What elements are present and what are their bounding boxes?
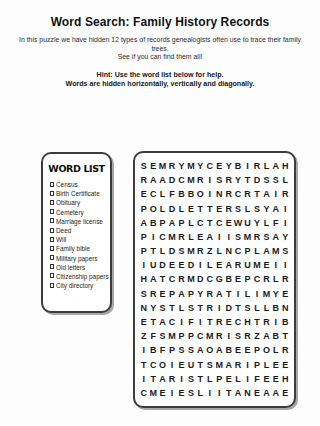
grid-cell[interactable]: T bbox=[196, 357, 205, 371]
grid-cell[interactable]: T bbox=[281, 329, 290, 343]
grid-cell[interactable]: N bbox=[215, 187, 224, 201]
grid-cell[interactable]: T bbox=[158, 272, 167, 286]
grid-cell[interactable]: R bbox=[196, 244, 205, 258]
grid-cell[interactable]: L bbox=[281, 173, 290, 187]
grid-cell[interactable]: A bbox=[271, 159, 280, 173]
grid-cell[interactable]: A bbox=[158, 173, 167, 187]
grid-cell[interactable]: Y bbox=[224, 159, 233, 173]
grid-cell[interactable]: U bbox=[243, 258, 252, 272]
grid-cell[interactable]: S bbox=[186, 372, 195, 386]
grid-cell[interactable]: A bbox=[262, 386, 271, 400]
grid-cell[interactable]: T bbox=[205, 202, 214, 216]
grid-cell[interactable]: L bbox=[158, 244, 167, 258]
grid-cell[interactable]: Z bbox=[252, 329, 261, 343]
grid-cell[interactable]: D bbox=[252, 173, 261, 187]
grid-cell[interactable]: I bbox=[271, 187, 280, 201]
grid-cell[interactable]: R bbox=[224, 187, 233, 201]
grid-cell[interactable]: S bbox=[215, 173, 224, 187]
grid-cell[interactable]: I bbox=[233, 287, 242, 301]
grid-cell[interactable]: C bbox=[177, 173, 186, 187]
grid-cell[interactable]: C bbox=[233, 244, 242, 258]
grid-cell[interactable]: T bbox=[252, 187, 261, 201]
grid-cell[interactable]: I bbox=[205, 187, 214, 201]
grid-cell[interactable]: S bbox=[158, 329, 167, 343]
grid-cell[interactable]: C bbox=[167, 272, 176, 286]
grid-cell[interactable]: T bbox=[205, 315, 214, 329]
grid-cell[interactable]: E bbox=[215, 258, 224, 272]
grid-cell[interactable]: P bbox=[158, 216, 167, 230]
grid-cell[interactable]: L bbox=[262, 357, 271, 371]
grid-cell[interactable]: I bbox=[281, 216, 290, 230]
grid-cell[interactable]: I bbox=[215, 230, 224, 244]
grid-cell[interactable]: R bbox=[224, 173, 233, 187]
grid-cell[interactable]: A bbox=[224, 357, 233, 371]
grid-cell[interactable]: H bbox=[281, 159, 290, 173]
word-checkbox[interactable] bbox=[50, 237, 54, 242]
grid-cell[interactable]: S bbox=[243, 301, 252, 315]
grid-cell[interactable]: C bbox=[205, 272, 214, 286]
grid-cell[interactable]: S bbox=[281, 244, 290, 258]
grid-cell[interactable]: S bbox=[262, 173, 271, 187]
grid-cell[interactable]: A bbox=[233, 386, 242, 400]
grid-cell[interactable]: R bbox=[139, 173, 148, 187]
grid-cell[interactable]: L bbox=[252, 301, 261, 315]
grid-cell[interactable]: S bbox=[252, 202, 261, 216]
grid-cell[interactable]: R bbox=[167, 159, 176, 173]
grid-cell[interactable]: I bbox=[281, 202, 290, 216]
grid-cell[interactable]: P bbox=[252, 343, 261, 357]
grid-cell[interactable]: P bbox=[177, 216, 186, 230]
grid-cell[interactable]: I bbox=[196, 258, 205, 272]
grid-cell[interactable]: I bbox=[281, 258, 290, 272]
grid-cell[interactable]: A bbox=[148, 173, 157, 187]
grid-cell[interactable]: Y bbox=[177, 159, 186, 173]
grid-cell[interactable]: A bbox=[196, 343, 205, 357]
word-checkbox[interactable] bbox=[50, 200, 54, 205]
grid-cell[interactable]: C bbox=[233, 315, 242, 329]
grid-cell[interactable]: Y bbox=[271, 287, 280, 301]
grid-cell[interactable]: O bbox=[262, 343, 271, 357]
grid-cell[interactable]: T bbox=[167, 301, 176, 315]
word-list: CensusBirth CertificateObituaryCemeteryM… bbox=[43, 180, 110, 290]
grid-cell[interactable]: L bbox=[233, 372, 242, 386]
grid-cell[interactable]: C bbox=[148, 357, 157, 371]
grid-cell[interactable]: C bbox=[167, 315, 176, 329]
grid-cell[interactable]: S bbox=[233, 329, 242, 343]
grid-cell[interactable]: A bbox=[148, 272, 157, 286]
grid-cell[interactable]: P bbox=[243, 244, 252, 258]
grid-cell[interactable]: R bbox=[167, 372, 176, 386]
grid-cell[interactable]: P bbox=[167, 343, 176, 357]
grid-cell[interactable]: E bbox=[158, 386, 167, 400]
grid-cell[interactable]: L bbox=[271, 343, 280, 357]
grid-cell[interactable]: C bbox=[215, 216, 224, 230]
word-list-item: Obituary bbox=[50, 198, 110, 207]
grid-cell[interactable]: P bbox=[167, 287, 176, 301]
grid-cell[interactable]: U bbox=[243, 216, 252, 230]
grid-cell[interactable]: P bbox=[186, 287, 195, 301]
grid-cell[interactable]: I bbox=[224, 329, 233, 343]
grid-cell[interactable]: A bbox=[167, 216, 176, 230]
grid-cell[interactable]: H bbox=[281, 372, 290, 386]
grid-cell[interactable]: P bbox=[139, 244, 148, 258]
grid-cell[interactable]: L bbox=[186, 216, 195, 230]
word-list-item: City directory bbox=[50, 281, 110, 290]
grid-cell[interactable]: U bbox=[148, 258, 157, 272]
word-checkbox[interactable] bbox=[50, 273, 54, 278]
grid-cell[interactable]: F bbox=[158, 343, 167, 357]
grid-cell[interactable]: I bbox=[139, 372, 148, 386]
grid-cell[interactable]: E bbox=[233, 343, 242, 357]
grid-cell[interactable]: T bbox=[196, 372, 205, 386]
word-checkbox[interactable] bbox=[50, 283, 54, 288]
grid-cell[interactable]: A bbox=[271, 202, 280, 216]
grid-cell[interactable]: Y bbox=[252, 216, 261, 230]
grid-cell[interactable]: L bbox=[205, 258, 214, 272]
grid-cell[interactable]: R bbox=[233, 258, 242, 272]
grid-cell[interactable]: L bbox=[158, 187, 167, 201]
grid-cell[interactable]: A bbox=[215, 287, 224, 301]
grid-cell[interactable]: A bbox=[262, 244, 271, 258]
grid-cell[interactable]: E bbox=[224, 372, 233, 386]
grid-cell[interactable]: F bbox=[252, 372, 261, 386]
grid-cell[interactable]: W bbox=[233, 216, 242, 230]
grid-cell[interactable]: R bbox=[177, 272, 186, 286]
grid-cell[interactable]: M bbox=[186, 173, 195, 187]
grid-cell[interactable]: A bbox=[158, 315, 167, 329]
grid-cell[interactable]: R bbox=[205, 287, 214, 301]
grid-cell[interactable]: L bbox=[243, 202, 252, 216]
grid-cell[interactable]: O bbox=[205, 343, 214, 357]
grid-cell[interactable]: R bbox=[281, 343, 290, 357]
grid-cell[interactable]: R bbox=[262, 272, 271, 286]
word-list-item: Family bible bbox=[50, 244, 110, 253]
grid-cell[interactable]: E bbox=[224, 315, 233, 329]
grid-cell[interactable]: L bbox=[158, 202, 167, 216]
grid-cell[interactable]: D bbox=[186, 258, 195, 272]
grid-cell[interactable]: T bbox=[148, 372, 157, 386]
grid-cell[interactable]: E bbox=[233, 272, 242, 286]
word-checkbox[interactable] bbox=[50, 255, 54, 260]
grid-cell[interactable]: R bbox=[233, 357, 242, 371]
grid-cell[interactable]: Z bbox=[205, 244, 214, 258]
grid-cell[interactable]: R bbox=[215, 329, 224, 343]
grid-cell[interactable]: I bbox=[196, 315, 205, 329]
grid-cell[interactable]: E bbox=[196, 230, 205, 244]
grid-cell[interactable]: P bbox=[252, 357, 261, 371]
grid-cell[interactable]: S bbox=[139, 159, 148, 173]
grid-cell[interactable]: O bbox=[148, 202, 157, 216]
grid-cell[interactable]: A bbox=[224, 258, 233, 272]
grid-cell[interactable]: I bbox=[205, 173, 214, 187]
grid-cell[interactable]: B bbox=[148, 343, 157, 357]
word-label: Will bbox=[56, 236, 66, 243]
grid-cell[interactable]: A bbox=[271, 386, 280, 400]
hint-line-2: Words are hidden horizontally, verticall… bbox=[0, 80, 320, 89]
grid-cell[interactable]: N bbox=[243, 386, 252, 400]
grid-cell[interactable]: U bbox=[186, 357, 195, 371]
grid-cell[interactable]: I bbox=[167, 357, 176, 371]
grid-cell[interactable]: S bbox=[177, 343, 186, 357]
grid-cell[interactable]: S bbox=[186, 343, 195, 357]
grid-cell[interactable]: E bbox=[262, 372, 271, 386]
grid-cell[interactable]: Z bbox=[139, 329, 148, 343]
grid-cell[interactable]: R bbox=[281, 272, 290, 286]
word-checkbox[interactable] bbox=[50, 182, 54, 187]
grid-cell[interactable]: T bbox=[148, 315, 157, 329]
grid-cell[interactable]: A bbox=[158, 372, 167, 386]
grid-cell[interactable]: O bbox=[196, 187, 205, 201]
grid-cell[interactable]: E bbox=[281, 357, 290, 371]
grid-cell[interactable]: Y bbox=[233, 173, 242, 187]
grid-cell[interactable]: L bbox=[196, 386, 205, 400]
grid-cell[interactable]: H bbox=[243, 315, 252, 329]
grid-cell[interactable]: E bbox=[139, 187, 148, 201]
intro-line-3: See if you can find them all! bbox=[0, 53, 320, 62]
grid-cell[interactable]: M bbox=[262, 287, 271, 301]
word-label: Census bbox=[56, 181, 78, 188]
grid-cell[interactable]: G bbox=[215, 272, 224, 286]
grid-cell[interactable]: I bbox=[148, 230, 157, 244]
grid-cell[interactable]: I bbox=[271, 315, 280, 329]
grid-cell[interactable]: B bbox=[177, 187, 186, 201]
grid-cell[interactable]: C bbox=[139, 386, 148, 400]
grid-cell[interactable]: S bbox=[271, 173, 280, 187]
grid-cell[interactable]: P bbox=[215, 372, 224, 386]
grid-cell[interactable]: R bbox=[243, 329, 252, 343]
grid-cell[interactable]: L bbox=[262, 159, 271, 173]
grid-cell[interactable]: T bbox=[243, 173, 252, 187]
grid-cell[interactable]: C bbox=[196, 216, 205, 230]
grid-cell[interactable]: Y bbox=[262, 202, 271, 216]
grid-cell[interactable]: P bbox=[177, 329, 186, 343]
grid-cell[interactable]: M bbox=[271, 244, 280, 258]
grid-cell[interactable]: E bbox=[243, 343, 252, 357]
grid-cell[interactable]: L bbox=[205, 372, 214, 386]
grid-cell[interactable]: C bbox=[158, 230, 167, 244]
grid-cell[interactable]: C bbox=[252, 272, 261, 286]
grid-cell[interactable]: M bbox=[167, 230, 176, 244]
grid-cell[interactable]: R bbox=[252, 230, 261, 244]
intro-text: In this puzzle we have hidden 12 types o… bbox=[0, 36, 320, 62]
grid-cell[interactable]: R bbox=[262, 315, 271, 329]
grid-cell[interactable]: D bbox=[167, 244, 176, 258]
grid-cell[interactable]: P bbox=[139, 202, 148, 216]
grid-cell[interactable]: B bbox=[148, 216, 157, 230]
grid-cell[interactable]: I bbox=[167, 386, 176, 400]
grid-cell[interactable]: O bbox=[158, 357, 167, 371]
grid-cell[interactable]: E bbox=[167, 258, 176, 272]
grid-cell[interactable]: E bbox=[215, 202, 224, 216]
grid-cell[interactable]: D bbox=[224, 301, 233, 315]
grid-cell[interactable]: I bbox=[224, 230, 233, 244]
grid-cell[interactable]: E bbox=[186, 202, 195, 216]
grid-cell[interactable]: L bbox=[271, 272, 280, 286]
grid-cell[interactable]: H bbox=[139, 272, 148, 286]
grid-cell[interactable]: T bbox=[224, 386, 233, 400]
grid-cell[interactable]: L bbox=[215, 244, 224, 258]
grid-cell[interactable]: E bbox=[215, 159, 224, 173]
grid-cell[interactable]: F bbox=[148, 329, 157, 343]
grid-cell[interactable]: R bbox=[252, 159, 261, 173]
grid-cell[interactable]: E bbox=[281, 287, 290, 301]
grid-cell[interactable]: A bbox=[215, 343, 224, 357]
grid-cell[interactable]: E bbox=[224, 216, 233, 230]
grid-cell[interactable]: C bbox=[233, 187, 242, 201]
grid-cell[interactable]: T bbox=[196, 301, 205, 315]
grid-cell[interactable]: A bbox=[271, 230, 280, 244]
grid-cell[interactable]: I bbox=[205, 386, 214, 400]
grid-cell[interactable]: R bbox=[205, 301, 214, 315]
word-checkbox[interactable] bbox=[50, 209, 54, 214]
word-list-item: Military papers bbox=[50, 254, 110, 263]
grid-cell[interactable]: S bbox=[262, 230, 271, 244]
grid-cell[interactable]: M bbox=[186, 159, 195, 173]
grid-cell[interactable]: A bbox=[205, 230, 214, 244]
grid-cell[interactable]: L bbox=[252, 244, 261, 258]
word-list-item: Census bbox=[50, 180, 110, 189]
grid-cell[interactable]: C bbox=[205, 159, 214, 173]
grid-cell[interactable]: I bbox=[243, 372, 252, 386]
grid-cell[interactable]: I bbox=[243, 357, 252, 371]
grid-cell[interactable]: A bbox=[177, 287, 186, 301]
grid-cell[interactable]: M bbox=[186, 244, 195, 258]
grid-cell[interactable]: S bbox=[158, 301, 167, 315]
grid-cell[interactable]: M bbox=[215, 357, 224, 371]
grid-cell[interactable]: A bbox=[262, 187, 271, 201]
grid-cell[interactable]: S bbox=[233, 230, 242, 244]
word-label: Citizenship papers bbox=[56, 273, 109, 280]
grid-cell[interactable]: P bbox=[243, 272, 252, 286]
grid-cell[interactable]: F bbox=[186, 315, 195, 329]
grid-cell[interactable]: F bbox=[271, 216, 280, 230]
grid-cell[interactable]: T bbox=[252, 315, 261, 329]
grid-cell[interactable]: A bbox=[139, 216, 148, 230]
grid-cell[interactable]: I bbox=[177, 315, 186, 329]
grid-cell[interactable]: R bbox=[224, 202, 233, 216]
grid-cell[interactable]: M bbox=[158, 159, 167, 173]
grid-cell[interactable]: E bbox=[271, 372, 280, 386]
grid-cell[interactable]: I bbox=[177, 372, 186, 386]
grid-cell[interactable]: I bbox=[215, 386, 224, 400]
grid-cell[interactable]: L bbox=[243, 287, 252, 301]
grid-cell[interactable]: T bbox=[224, 287, 233, 301]
grid-cell[interactable]: M bbox=[243, 230, 252, 244]
grid-cell[interactable]: S bbox=[177, 244, 186, 258]
grid-cell[interactable]: F bbox=[167, 187, 176, 201]
grid-cell[interactable]: R bbox=[281, 187, 290, 201]
grid-cell[interactable]: E bbox=[177, 386, 186, 400]
grid-cell[interactable]: R bbox=[196, 173, 205, 187]
grid-cell[interactable]: E bbox=[177, 357, 186, 371]
grid-cell[interactable]: Y bbox=[281, 230, 290, 244]
grid-cell[interactable]: T bbox=[196, 202, 205, 216]
grid-cell[interactable]: M bbox=[167, 329, 176, 343]
grid-cell[interactable]: P bbox=[139, 230, 148, 244]
grid-cell[interactable]: R bbox=[243, 187, 252, 201]
grid-cell[interactable]: P bbox=[186, 329, 195, 343]
grid-cell[interactable]: T bbox=[139, 357, 148, 371]
grid-cell[interactable]: I bbox=[139, 258, 148, 272]
grid-cell[interactable]: E bbox=[262, 258, 271, 272]
grid-cell[interactable]: S bbox=[205, 357, 214, 371]
word-checkbox[interactable] bbox=[50, 264, 54, 269]
grid-cell[interactable]: N bbox=[281, 301, 290, 315]
grid-cell[interactable]: E bbox=[177, 258, 186, 272]
grid-cell[interactable]: E bbox=[158, 287, 167, 301]
grid-cell[interactable]: B bbox=[186, 187, 195, 201]
grid-cell[interactable]: T bbox=[205, 216, 214, 230]
grid-cell[interactable]: R bbox=[177, 230, 186, 244]
grid-cell[interactable]: B bbox=[281, 315, 290, 329]
grid-cell[interactable]: B bbox=[271, 301, 280, 315]
grid-cell[interactable]: L bbox=[262, 301, 271, 315]
grid-cell[interactable]: M bbox=[186, 272, 195, 286]
grid-cell[interactable]: I bbox=[243, 159, 252, 173]
word-checkbox[interactable] bbox=[50, 246, 54, 251]
grid-cell[interactable]: T bbox=[148, 244, 157, 258]
grid-cell[interactable]: L bbox=[177, 202, 186, 216]
grid-cell[interactable]: I bbox=[215, 301, 224, 315]
grid-cell[interactable]: I bbox=[139, 343, 148, 357]
worksheet-page: Word Search: Family History Records In t… bbox=[0, 0, 320, 426]
grid-cell[interactable]: M bbox=[205, 329, 214, 343]
grid-cell[interactable]: E bbox=[281, 386, 290, 400]
grid-cell[interactable]: T bbox=[233, 301, 242, 315]
hint-line-1: Hint: Use the word list below for help. bbox=[0, 71, 320, 80]
grid-cell[interactable]: L bbox=[186, 230, 195, 244]
grid-cell[interactable]: B bbox=[224, 272, 233, 286]
grid-cell[interactable]: M bbox=[252, 258, 261, 272]
grid-cell[interactable]: R bbox=[215, 315, 224, 329]
grid-cell[interactable]: E bbox=[139, 315, 148, 329]
grid-cell[interactable]: N bbox=[224, 244, 233, 258]
word-checkbox[interactable] bbox=[50, 228, 54, 233]
grid-cell[interactable]: D bbox=[158, 258, 167, 272]
word-checkbox[interactable] bbox=[50, 191, 54, 196]
grid-cell[interactable]: I bbox=[252, 287, 261, 301]
grid-cell[interactable]: I bbox=[271, 258, 280, 272]
grid-cell[interactable]: Y bbox=[148, 301, 157, 315]
grid-cell[interactable]: D bbox=[167, 173, 176, 187]
grid-cell[interactable]: Y bbox=[196, 159, 205, 173]
grid-cell[interactable]: B bbox=[224, 343, 233, 357]
grid-cell[interactable]: E bbox=[148, 159, 157, 173]
word-checkbox[interactable] bbox=[50, 218, 54, 223]
grid-cell[interactable]: S bbox=[186, 301, 195, 315]
intro-line-1: In this puzzle we have hidden 12 types o… bbox=[0, 36, 320, 45]
grid-cell[interactable]: E bbox=[271, 357, 280, 371]
grid-cell[interactable]: A bbox=[262, 329, 271, 343]
grid-cell[interactable]: E bbox=[252, 386, 261, 400]
grid-cell[interactable]: R bbox=[148, 287, 157, 301]
grid-cell[interactable]: N bbox=[139, 301, 148, 315]
grid-cell[interactable]: Y bbox=[196, 287, 205, 301]
grid-cell[interactable]: S bbox=[233, 202, 242, 216]
grid-cell[interactable]: B bbox=[271, 329, 280, 343]
grid-cell[interactable]: S bbox=[186, 386, 195, 400]
grid-cell[interactable]: L bbox=[177, 301, 186, 315]
grid-cell[interactable]: S bbox=[139, 287, 148, 301]
puzzle-grid-panel: SEMRYMYCEYBIRLAHRAADCMRISRYTDSSLECLFBBOI… bbox=[133, 151, 296, 408]
grid-cell[interactable]: M bbox=[148, 386, 157, 400]
grid-cell[interactable]: D bbox=[167, 202, 176, 216]
grid-cell[interactable]: D bbox=[196, 272, 205, 286]
grid-cell[interactable]: L bbox=[262, 216, 271, 230]
grid-cell[interactable]: C bbox=[148, 187, 157, 201]
grid-cell[interactable]: B bbox=[233, 159, 242, 173]
grid-cell[interactable]: C bbox=[196, 329, 205, 343]
